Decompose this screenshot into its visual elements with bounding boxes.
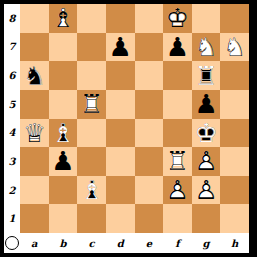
white-to-move-icon	[5, 236, 19, 250]
square-e8[interactable]	[135, 4, 164, 33]
rank-label-1: 1	[4, 204, 20, 233]
square-g5[interactable]: ♟	[192, 90, 221, 119]
square-b2[interactable]	[49, 176, 78, 205]
square-h6[interactable]	[220, 61, 249, 90]
white-bishop: ♝♗	[49, 4, 78, 33]
square-e6[interactable]	[135, 61, 164, 90]
square-a2[interactable]	[20, 176, 49, 205]
square-d5[interactable]	[106, 90, 135, 119]
square-d7[interactable]: ♟	[106, 33, 135, 62]
square-e2[interactable]	[135, 176, 164, 205]
rank-label-8: 8	[4, 4, 20, 33]
square-a1[interactable]	[20, 204, 49, 233]
square-c4[interactable]	[77, 119, 106, 148]
square-a8[interactable]	[20, 4, 49, 33]
square-c7[interactable]	[77, 33, 106, 62]
rank-label-3: 3	[4, 147, 20, 176]
black-pawn: ♟	[49, 147, 78, 176]
square-g3[interactable]: ♟♙	[192, 147, 221, 176]
black-knight: ♞♘	[20, 61, 49, 90]
rank-label-4: 4	[4, 119, 20, 148]
square-f3[interactable]: ♜♖	[163, 147, 192, 176]
white-queen: ♛♕	[20, 119, 49, 148]
square-a5[interactable]	[20, 90, 49, 119]
file-label-c: c	[77, 238, 106, 249]
rank-label-2: 2	[4, 176, 20, 205]
square-a4[interactable]: ♛♕	[20, 119, 49, 148]
square-a6[interactable]: ♞♘	[20, 61, 49, 90]
file-label-g: g	[192, 238, 221, 249]
diagram-inner: 87654321 ♝♗♚♔♟♟♞♘♞♘♞♘♜♖♜♖♟♛♕♝♗♚♔♟♜♖♟♙♝♗♟…	[4, 4, 249, 253]
file-label-d: d	[106, 238, 135, 249]
square-g8[interactable]	[192, 4, 221, 33]
white-rook: ♜♖	[163, 147, 192, 176]
square-b1[interactable]	[49, 204, 78, 233]
black-king: ♚♔	[192, 119, 221, 148]
square-d6[interactable]	[106, 61, 135, 90]
black-bishop: ♝♗	[77, 176, 106, 205]
square-d2[interactable]	[106, 176, 135, 205]
square-d3[interactable]	[106, 147, 135, 176]
square-a3[interactable]	[20, 147, 49, 176]
square-f5[interactable]	[163, 90, 192, 119]
file-label-h: h	[220, 238, 249, 249]
square-e1[interactable]	[135, 204, 164, 233]
square-c2[interactable]: ♝♗	[77, 176, 106, 205]
square-e3[interactable]	[135, 147, 164, 176]
rank-labels: 87654321	[4, 4, 20, 233]
square-f1[interactable]	[163, 204, 192, 233]
square-g2[interactable]: ♟♙	[192, 176, 221, 205]
square-d1[interactable]	[106, 204, 135, 233]
square-g7[interactable]: ♞♘	[192, 33, 221, 62]
square-c6[interactable]	[77, 61, 106, 90]
turn-indicator	[4, 236, 20, 250]
square-h4[interactable]	[220, 119, 249, 148]
square-b3[interactable]: ♟	[49, 147, 78, 176]
square-h2[interactable]	[220, 176, 249, 205]
square-c1[interactable]	[77, 204, 106, 233]
square-b7[interactable]	[49, 33, 78, 62]
square-c8[interactable]	[77, 4, 106, 33]
white-pawn: ♟♙	[163, 176, 192, 205]
square-d8[interactable]	[106, 4, 135, 33]
square-g4[interactable]: ♚♔	[192, 119, 221, 148]
square-e4[interactable]	[135, 119, 164, 148]
file-label-e: e	[135, 238, 164, 249]
square-b6[interactable]	[49, 61, 78, 90]
file-label-b: b	[49, 238, 78, 249]
square-f8[interactable]: ♚♔	[163, 4, 192, 33]
square-h3[interactable]	[220, 147, 249, 176]
square-b8[interactable]: ♝♗	[49, 4, 78, 33]
square-b4[interactable]: ♝♗	[49, 119, 78, 148]
square-h8[interactable]	[220, 4, 249, 33]
bottom-label-strip: abcdefgh	[4, 233, 249, 253]
black-pawn: ♟	[163, 33, 192, 62]
square-f4[interactable]	[163, 119, 192, 148]
square-f6[interactable]	[163, 61, 192, 90]
white-knight: ♞♘	[192, 33, 221, 62]
white-pawn: ♟♙	[192, 176, 221, 205]
square-h1[interactable]	[220, 204, 249, 233]
square-c3[interactable]	[77, 147, 106, 176]
square-c5[interactable]: ♜♖	[77, 90, 106, 119]
square-d4[interactable]	[106, 119, 135, 148]
file-label-f: f	[163, 238, 192, 249]
square-h7[interactable]: ♞♘	[220, 33, 249, 62]
square-e7[interactable]	[135, 33, 164, 62]
black-rook: ♜♖	[192, 61, 221, 90]
black-pawn: ♟	[106, 33, 135, 62]
rank-label-7: 7	[4, 33, 20, 62]
rank-label-5: 5	[4, 90, 20, 119]
square-g6[interactable]: ♜♖	[192, 61, 221, 90]
square-e5[interactable]	[135, 90, 164, 119]
square-g1[interactable]	[192, 204, 221, 233]
white-pawn: ♟♙	[192, 147, 221, 176]
white-rook: ♜♖	[77, 90, 106, 119]
board-frame: 87654321 ♝♗♚♔♟♟♞♘♞♘♞♘♜♖♜♖♟♛♕♝♗♚♔♟♜♖♟♙♝♗♟…	[0, 0, 257, 257]
square-a7[interactable]	[20, 33, 49, 62]
rank-label-6: 6	[4, 61, 20, 90]
chess-board: ♝♗♚♔♟♟♞♘♞♘♞♘♜♖♜♖♟♛♕♝♗♚♔♟♜♖♟♙♝♗♟♙♟♙	[20, 4, 249, 233]
square-h5[interactable]	[220, 90, 249, 119]
square-f7[interactable]: ♟	[163, 33, 192, 62]
white-knight: ♞♘	[220, 33, 249, 62]
black-pawn: ♟	[192, 90, 221, 119]
square-f2[interactable]: ♟♙	[163, 176, 192, 205]
file-label-a: a	[20, 238, 49, 249]
black-bishop: ♝♗	[49, 119, 78, 148]
square-b5[interactable]	[49, 90, 78, 119]
white-king: ♚♔	[163, 4, 192, 33]
